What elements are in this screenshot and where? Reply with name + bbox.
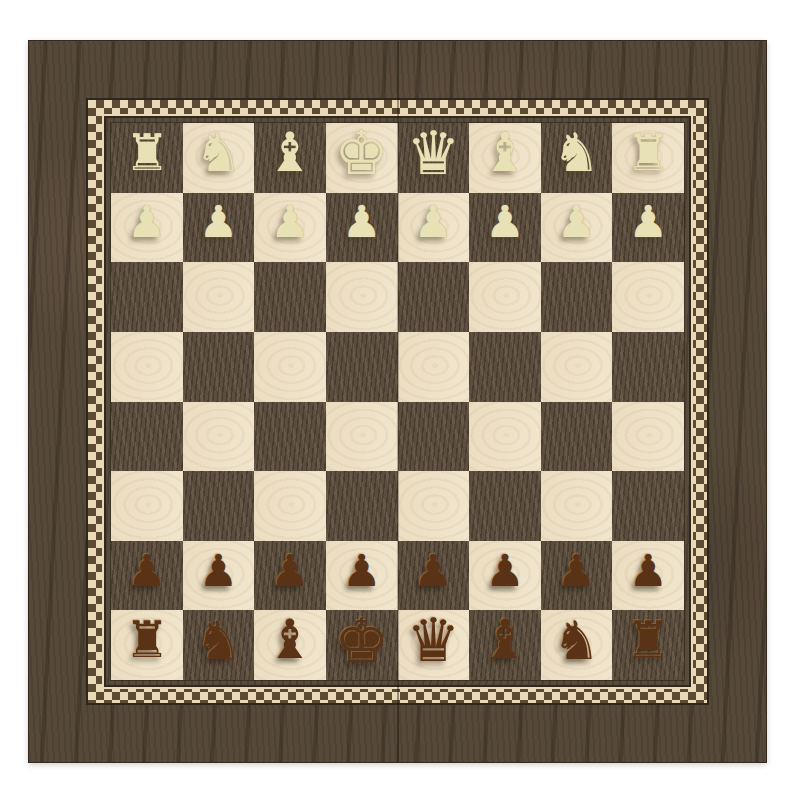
square-a7[interactable]: ♟ <box>612 541 684 611</box>
black-rook[interactable]: ♜ <box>124 615 169 665</box>
black-pawn[interactable]: ♟ <box>485 549 524 593</box>
square-c8[interactable]: ♝ <box>469 610 541 680</box>
square-g3[interactable] <box>183 262 255 332</box>
square-c6[interactable] <box>469 471 541 541</box>
square-f2[interactable]: ♟ <box>254 193 326 263</box>
square-a1[interactable]: ♜ <box>612 123 684 193</box>
white-queen[interactable]: ♛ <box>406 123 460 183</box>
square-a6[interactable] <box>612 471 684 541</box>
white-pawn[interactable]: ♟ <box>342 200 381 244</box>
black-rook[interactable]: ♜ <box>626 615 671 665</box>
square-c7[interactable]: ♟ <box>469 541 541 611</box>
square-c5[interactable] <box>469 402 541 472</box>
black-pawn[interactable]: ♟ <box>127 549 166 593</box>
square-d1[interactable]: ♛ <box>398 123 470 193</box>
square-e8[interactable]: ♚ <box>326 610 398 680</box>
square-f4[interactable] <box>254 332 326 402</box>
square-e2[interactable]: ♟ <box>326 193 398 263</box>
square-b8[interactable]: ♞ <box>541 610 613 680</box>
square-h6[interactable] <box>111 471 183 541</box>
square-f5[interactable] <box>254 402 326 472</box>
square-h7[interactable]: ♟ <box>111 541 183 611</box>
black-pawn[interactable]: ♟ <box>628 549 667 593</box>
white-king[interactable]: ♚ <box>334 122 389 183</box>
square-e7[interactable]: ♟ <box>326 541 398 611</box>
board-photo: ♜♞♝♚♛♝♞♜♟♟♟♟♟♟♟♟♟♟♟♟♟♟♟♟♜♞♝♚♛♝♞♜ <box>28 40 767 763</box>
square-d6[interactable] <box>398 471 470 541</box>
square-a2[interactable]: ♟ <box>612 193 684 263</box>
square-b6[interactable] <box>541 471 613 541</box>
square-c2[interactable]: ♟ <box>469 193 541 263</box>
white-pawn[interactable]: ♟ <box>414 200 453 244</box>
square-f1[interactable]: ♝ <box>254 123 326 193</box>
square-e6[interactable] <box>326 471 398 541</box>
square-h8[interactable]: ♜ <box>111 610 183 680</box>
square-g7[interactable]: ♟ <box>183 541 255 611</box>
square-a5[interactable] <box>612 402 684 472</box>
square-c4[interactable] <box>469 332 541 402</box>
black-knight[interactable]: ♞ <box>195 614 243 667</box>
square-h1[interactable]: ♜ <box>111 123 183 193</box>
white-pawn[interactable]: ♟ <box>485 200 524 244</box>
square-b3[interactable] <box>541 262 613 332</box>
square-e1[interactable]: ♚ <box>326 123 398 193</box>
black-bishop[interactable]: ♝ <box>266 613 314 667</box>
square-e5[interactable] <box>326 402 398 472</box>
square-g5[interactable] <box>183 402 255 472</box>
square-d3[interactable] <box>398 262 470 332</box>
white-rook[interactable]: ♜ <box>124 128 169 178</box>
square-d2[interactable]: ♟ <box>398 193 470 263</box>
square-f6[interactable] <box>254 471 326 541</box>
white-bishop[interactable]: ♝ <box>481 126 529 180</box>
black-king[interactable]: ♚ <box>334 610 389 671</box>
square-b7[interactable]: ♟ <box>541 541 613 611</box>
square-g1[interactable]: ♞ <box>183 123 255 193</box>
black-bishop[interactable]: ♝ <box>481 613 529 667</box>
fold-seam <box>397 41 399 762</box>
square-c1[interactable]: ♝ <box>469 123 541 193</box>
black-pawn[interactable]: ♟ <box>414 549 453 593</box>
square-g4[interactable] <box>183 332 255 402</box>
square-a3[interactable] <box>612 262 684 332</box>
square-b2[interactable]: ♟ <box>541 193 613 263</box>
white-rook[interactable]: ♜ <box>626 128 671 178</box>
white-pawn[interactable]: ♟ <box>199 200 238 244</box>
square-f7[interactable]: ♟ <box>254 541 326 611</box>
black-pawn[interactable]: ♟ <box>199 549 238 593</box>
square-b5[interactable] <box>541 402 613 472</box>
square-h3[interactable] <box>111 262 183 332</box>
white-pawn[interactable]: ♟ <box>628 200 667 244</box>
black-knight[interactable]: ♞ <box>553 614 601 667</box>
square-g6[interactable] <box>183 471 255 541</box>
square-a8[interactable]: ♜ <box>612 610 684 680</box>
white-pawn[interactable]: ♟ <box>557 200 596 244</box>
square-e4[interactable] <box>326 332 398 402</box>
white-knight[interactable]: ♞ <box>553 126 601 179</box>
square-h4[interactable] <box>111 332 183 402</box>
square-a4[interactable] <box>612 332 684 402</box>
white-pawn[interactable]: ♟ <box>127 200 166 244</box>
black-pawn[interactable]: ♟ <box>270 549 309 593</box>
square-d7[interactable]: ♟ <box>398 541 470 611</box>
square-c3[interactable] <box>469 262 541 332</box>
square-b1[interactable]: ♞ <box>541 123 613 193</box>
black-queen[interactable]: ♛ <box>406 610 460 670</box>
white-knight[interactable]: ♞ <box>195 126 243 179</box>
square-d5[interactable] <box>398 402 470 472</box>
square-e3[interactable] <box>326 262 398 332</box>
square-b4[interactable] <box>541 332 613 402</box>
square-f3[interactable] <box>254 262 326 332</box>
square-f8[interactable]: ♝ <box>254 610 326 680</box>
square-h2[interactable]: ♟ <box>111 193 183 263</box>
white-bishop[interactable]: ♝ <box>266 126 314 180</box>
square-d8[interactable]: ♛ <box>398 610 470 680</box>
square-g2[interactable]: ♟ <box>183 193 255 263</box>
black-pawn[interactable]: ♟ <box>342 549 381 593</box>
square-d4[interactable] <box>398 332 470 402</box>
white-pawn[interactable]: ♟ <box>270 200 309 244</box>
square-h5[interactable] <box>111 402 183 472</box>
square-g8[interactable]: ♞ <box>183 610 255 680</box>
black-pawn[interactable]: ♟ <box>557 549 596 593</box>
